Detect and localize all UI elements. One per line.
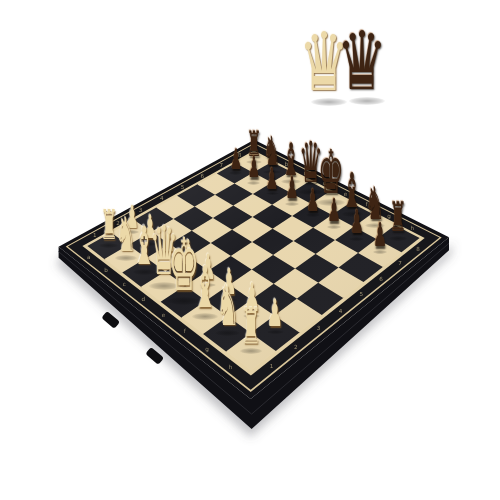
coordinate-label: 7 <box>220 162 224 168</box>
coordinate-label: b <box>285 161 289 167</box>
coordinate-label: 8 <box>238 152 242 158</box>
coordinate-label: g <box>387 213 391 220</box>
coordinate-label: 4 <box>339 308 343 314</box>
coordinate-label: 4 <box>160 195 164 201</box>
coordinate-label: 8 <box>416 246 420 252</box>
coordinate-label: 2 <box>116 220 120 226</box>
coordinate-label: 1 <box>270 363 274 369</box>
coordinate-label: e <box>162 312 166 318</box>
coordinate-label: 5 <box>181 184 185 190</box>
chess-set-product-photo: aa11bb22cc33dd44ee55ff66gg77hh88 ♜♞♝♛♚♝♞… <box>0 0 500 500</box>
coordinate-label: 6 <box>201 173 205 179</box>
coordinate-label: e <box>344 191 348 197</box>
coordinate-label: 3 <box>139 207 143 213</box>
coordinate-label: 6 <box>379 276 383 282</box>
coordinate-label: c <box>123 281 126 287</box>
coordinate-label: h <box>411 225 415 231</box>
coordinate-label: 2 <box>294 344 298 350</box>
coordinate-label: d <box>142 296 146 302</box>
board-sheen <box>88 153 419 370</box>
coordinate-label: 5 <box>359 291 363 297</box>
coordinate-label: g <box>205 346 209 353</box>
coordinate-label: a <box>267 151 270 157</box>
coordinate-label: h <box>229 364 233 370</box>
coordinate-label: d <box>323 180 327 186</box>
coordinate-label: 7 <box>398 260 402 266</box>
coordinate-label: 3 <box>317 325 321 331</box>
chess-board: aa11bb22cc33dd44ee55ff66gg77hh88 <box>0 0 500 500</box>
coordinate-label: 1 <box>93 232 97 238</box>
coordinate-label: a <box>87 254 90 260</box>
coordinate-label: c <box>304 170 307 176</box>
coordinate-label: b <box>104 267 108 273</box>
